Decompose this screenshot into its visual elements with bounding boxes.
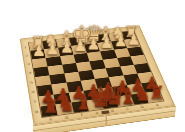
square-h8: ♜ bbox=[40, 104, 57, 117]
square-g2: ♟ bbox=[44, 48, 59, 58]
piece-wP-b2: ♟ bbox=[113, 35, 127, 49]
chess-board: hgfedcba 12345678 ♜♞♝♚♛♝♞♜♟♟♟♟♟♟♟♟♟♟♟♟♟♟… bbox=[20, 25, 175, 125]
piece-bR-h8: ♜ bbox=[42, 99, 58, 116]
piece-wP-h2: ♟ bbox=[32, 44, 46, 58]
piece-wP-e2: ♟ bbox=[73, 39, 87, 53]
square-f2: ♟ bbox=[58, 46, 74, 56]
piece-wP-f2: ♟ bbox=[60, 41, 74, 55]
piece-wP-a2: ♟ bbox=[127, 33, 141, 47]
piece-bB-f8: ♝ bbox=[73, 92, 89, 112]
square-d5 bbox=[92, 68, 109, 79]
box-hinge-seam bbox=[106, 116, 107, 126]
square-h2: ♟ bbox=[30, 49, 45, 59]
square-g5 bbox=[50, 74, 66, 85]
square-h4 bbox=[34, 66, 50, 77]
square-b4 bbox=[117, 56, 134, 66]
piece-wP-g2: ♟ bbox=[46, 43, 60, 57]
square-c4 bbox=[103, 58, 120, 68]
piece-wP-c2: ♟ bbox=[100, 36, 114, 50]
piece-bN-g8: ♞ bbox=[58, 96, 74, 114]
square-h3 bbox=[32, 58, 48, 68]
chess-set-photo: hgfedcba 12345678 ♜♞♝♚♛♝♞♜♟♟♟♟♟♟♟♟♟♟♟♟♟♟… bbox=[0, 0, 185, 132]
piece-wP-d2: ♟ bbox=[87, 38, 101, 52]
